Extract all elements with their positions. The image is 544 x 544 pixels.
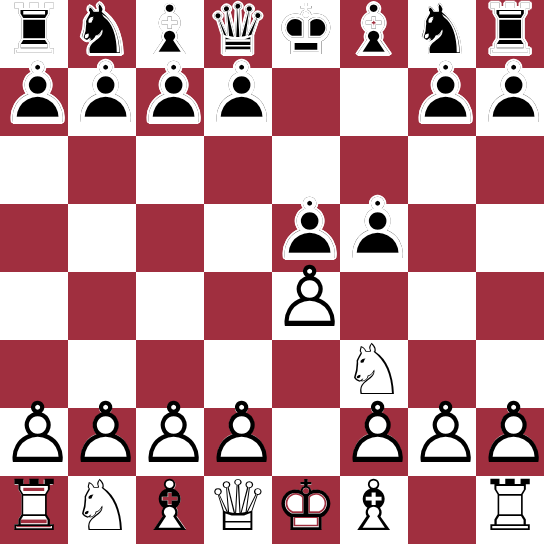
square-f8[interactable]: ♝︎♗︎ <box>340 0 408 68</box>
square-f2[interactable]: ♟︎♙︎ <box>340 408 408 476</box>
square-b5[interactable] <box>68 204 136 272</box>
black-rook-icon: ♜︎ <box>476 0 544 64</box>
square-a2[interactable]: ♟︎♙︎ <box>0 408 68 476</box>
square-f3[interactable]: ♞︎♘︎ <box>340 340 408 408</box>
square-e2[interactable] <box>272 408 340 476</box>
white-bishop-icon: ♝︎ <box>341 473 407 539</box>
black-pawn[interactable]: ♟︎♙︎ <box>476 68 544 136</box>
white-rook[interactable]: ♜︎♖︎ <box>0 476 68 544</box>
black-bishop-outline-icon: ♗︎ <box>340 0 408 64</box>
square-d8[interactable]: ♛︎♕︎ <box>204 0 272 68</box>
black-rook-outline-icon: ♖︎ <box>0 0 68 64</box>
black-pawn[interactable]: ♟︎♙︎ <box>408 68 476 136</box>
black-knight-outline-icon: ♘︎ <box>68 0 136 64</box>
white-pawn-icon: ♟︎ <box>1 400 67 466</box>
square-b7[interactable]: ♟︎♙︎ <box>68 68 136 136</box>
black-king-icon: ♚︎ <box>272 0 340 64</box>
black-pawn-outline-icon: ♙︎ <box>340 195 408 263</box>
white-pawn-icon: ♟︎ <box>273 264 339 330</box>
white-bishop[interactable]: ♝︎♗︎ <box>136 476 204 544</box>
black-rook[interactable]: ♜︎♖︎ <box>476 0 544 68</box>
square-f6[interactable] <box>340 136 408 204</box>
white-rook-outline-icon: ♖︎ <box>476 472 544 540</box>
black-pawn-icon: ♟︎ <box>340 195 408 263</box>
white-pawn-icon: ♟︎ <box>477 400 543 466</box>
black-pawn-outline-icon: ♙︎ <box>408 59 476 127</box>
square-c1[interactable]: ♝︎♗︎ <box>136 476 204 544</box>
black-pawn-outline-icon: ♙︎ <box>272 195 340 263</box>
square-a8[interactable]: ♜︎♖︎ <box>0 0 68 68</box>
square-c6[interactable] <box>136 136 204 204</box>
white-bishop[interactable]: ♝︎♗︎ <box>340 476 408 544</box>
white-pawn[interactable]: ♟︎♙︎ <box>476 408 544 476</box>
white-pawn-icon: ♟︎ <box>69 400 135 466</box>
square-b6[interactable] <box>68 136 136 204</box>
white-queen-outline-icon: ♕︎ <box>204 472 272 540</box>
white-bishop-outline-icon: ♗︎ <box>340 472 408 540</box>
square-h1[interactable]: ♜︎♖︎ <box>476 476 544 544</box>
white-pawn-icon: ♟︎ <box>341 400 407 466</box>
square-d2[interactable]: ♟︎♙︎ <box>204 408 272 476</box>
black-pawn-outline-icon: ♙︎ <box>68 59 136 127</box>
black-pawn-outline-icon: ♙︎ <box>0 59 68 127</box>
square-e1[interactable]: ♚︎♔︎ <box>272 476 340 544</box>
black-pawn[interactable]: ♟︎♙︎ <box>272 204 340 272</box>
white-king[interactable]: ♚︎♔︎ <box>272 476 340 544</box>
black-rook-icon: ♜︎ <box>0 0 68 64</box>
white-pawn-outline-icon: ♙︎ <box>204 399 272 467</box>
white-pawn[interactable]: ♟︎♙︎ <box>68 408 136 476</box>
square-c8[interactable]: ♝︎♗︎ <box>136 0 204 68</box>
black-king[interactable]: ♚︎♔︎ <box>272 0 340 68</box>
square-g4[interactable] <box>408 272 476 340</box>
square-a3[interactable] <box>0 340 68 408</box>
white-pawn[interactable]: ♟︎♙︎ <box>136 408 204 476</box>
square-g5[interactable] <box>408 204 476 272</box>
black-knight-outline-icon: ♘︎ <box>408 0 476 64</box>
square-d3[interactable] <box>204 340 272 408</box>
square-a1[interactable]: ♜︎♖︎ <box>0 476 68 544</box>
black-knight[interactable]: ♞︎♘︎ <box>408 0 476 68</box>
white-pawn-outline-icon: ♙︎ <box>476 399 544 467</box>
black-rook[interactable]: ♜︎♖︎ <box>0 0 68 68</box>
white-knight-outline-icon: ♘︎ <box>340 336 408 404</box>
white-knight[interactable]: ♞︎♘︎ <box>68 476 136 544</box>
white-king-icon: ♚︎ <box>273 473 339 539</box>
black-queen[interactable]: ♛︎♕︎ <box>204 0 272 68</box>
white-pawn-outline-icon: ♙︎ <box>272 263 340 331</box>
black-knight-icon: ♞︎ <box>68 0 136 64</box>
square-d1[interactable]: ♛︎♕︎ <box>204 476 272 544</box>
black-queen-icon: ♛︎ <box>204 0 272 64</box>
square-e5[interactable]: ♟︎♙︎ <box>272 204 340 272</box>
square-c5[interactable] <box>136 204 204 272</box>
black-pawn-icon: ♟︎ <box>476 59 544 127</box>
square-b4[interactable] <box>68 272 136 340</box>
white-pawn-outline-icon: ♙︎ <box>136 399 204 467</box>
white-pawn-icon: ♟︎ <box>137 400 203 466</box>
square-f1[interactable]: ♝︎♗︎ <box>340 476 408 544</box>
white-pawn[interactable]: ♟︎♙︎ <box>0 408 68 476</box>
white-bishop-icon: ♝︎ <box>137 473 203 539</box>
square-f5[interactable]: ♟︎♙︎ <box>340 204 408 272</box>
black-pawn-icon: ♟︎ <box>272 195 340 263</box>
square-g7[interactable]: ♟︎♙︎ <box>408 68 476 136</box>
square-e4[interactable]: ♟︎♙︎ <box>272 272 340 340</box>
black-knight[interactable]: ♞︎♘︎ <box>68 0 136 68</box>
square-c7[interactable]: ♟︎♙︎ <box>136 68 204 136</box>
black-pawn[interactable]: ♟︎♙︎ <box>204 68 272 136</box>
square-h7[interactable]: ♟︎♙︎ <box>476 68 544 136</box>
black-bishop[interactable]: ♝︎♗︎ <box>340 0 408 68</box>
square-c4[interactable] <box>136 272 204 340</box>
white-pawn[interactable]: ♟︎♙︎ <box>204 408 272 476</box>
square-d6[interactable] <box>204 136 272 204</box>
square-c3[interactable] <box>136 340 204 408</box>
white-pawn-icon: ♟︎ <box>409 400 475 466</box>
square-f4[interactable] <box>340 272 408 340</box>
white-knight-outline-icon: ♘︎ <box>68 472 136 540</box>
white-pawn-outline-icon: ♙︎ <box>0 399 68 467</box>
white-queen[interactable]: ♛︎♕︎ <box>204 476 272 544</box>
black-bishop-icon: ♝︎ <box>340 0 408 64</box>
black-pawn[interactable]: ♟︎♙︎ <box>136 68 204 136</box>
square-h8[interactable]: ♜︎♖︎ <box>476 0 544 68</box>
square-a7[interactable]: ♟︎♙︎ <box>0 68 68 136</box>
black-knight-icon: ♞︎ <box>408 0 476 64</box>
white-rook-outline-icon: ♖︎ <box>0 472 68 540</box>
black-bishop[interactable]: ♝︎♗︎ <box>136 0 204 68</box>
chess-board: ♜︎♖︎♞︎♘︎♝︎♗︎♛︎♕︎♚︎♔︎♝︎♗︎♞︎♘︎♜︎♖︎♟︎♙︎♟︎♙︎… <box>0 0 544 544</box>
square-f7[interactable] <box>340 68 408 136</box>
square-b3[interactable] <box>68 340 136 408</box>
white-pawn-outline-icon: ♙︎ <box>68 399 136 467</box>
square-h4[interactable] <box>476 272 544 340</box>
white-rook-icon: ♜︎ <box>477 473 543 539</box>
white-bishop-outline-icon: ♗︎ <box>136 472 204 540</box>
square-e3[interactable] <box>272 340 340 408</box>
square-e7[interactable] <box>272 68 340 136</box>
square-e6[interactable] <box>272 136 340 204</box>
square-d7[interactable]: ♟︎♙︎ <box>204 68 272 136</box>
square-g6[interactable] <box>408 136 476 204</box>
white-queen-icon: ♛︎ <box>205 473 271 539</box>
white-pawn-icon: ♟︎ <box>205 400 271 466</box>
square-d4[interactable] <box>204 272 272 340</box>
black-king-outline-icon: ♔︎ <box>272 0 340 64</box>
square-a6[interactable] <box>0 136 68 204</box>
square-h5[interactable] <box>476 204 544 272</box>
square-a5[interactable] <box>0 204 68 272</box>
black-bishop-outline-icon: ♗︎ <box>136 0 204 64</box>
black-pawn-outline-icon: ♙︎ <box>476 59 544 127</box>
white-rook-icon: ♜︎ <box>1 473 67 539</box>
square-e8[interactable]: ♚︎♔︎ <box>272 0 340 68</box>
white-pawn[interactable]: ♟︎♙︎ <box>340 408 408 476</box>
square-h3[interactable] <box>476 340 544 408</box>
black-pawn-icon: ♟︎ <box>204 59 272 127</box>
white-pawn-outline-icon: ♙︎ <box>408 399 476 467</box>
black-pawn[interactable]: ♟︎♙︎ <box>340 204 408 272</box>
white-knight[interactable]: ♞︎♘︎ <box>340 340 408 408</box>
square-g3[interactable] <box>408 340 476 408</box>
square-h2[interactable]: ♟︎♙︎ <box>476 408 544 476</box>
black-pawn[interactable]: ♟︎♙︎ <box>0 68 68 136</box>
black-pawn-icon: ♟︎ <box>408 59 476 127</box>
square-c2[interactable]: ♟︎♙︎ <box>136 408 204 476</box>
black-bishop-icon: ♝︎ <box>136 0 204 64</box>
black-pawn-outline-icon: ♙︎ <box>204 59 272 127</box>
black-pawn-icon: ♟︎ <box>0 59 68 127</box>
white-knight-icon: ♞︎ <box>341 337 407 403</box>
white-king-outline-icon: ♔︎ <box>272 472 340 540</box>
white-knight-icon: ♞︎ <box>69 473 135 539</box>
square-g1[interactable] <box>408 476 476 544</box>
square-g2[interactable]: ♟︎♙︎ <box>408 408 476 476</box>
square-h6[interactable] <box>476 136 544 204</box>
square-d5[interactable] <box>204 204 272 272</box>
square-a4[interactable] <box>0 272 68 340</box>
white-rook[interactable]: ♜︎♖︎ <box>476 476 544 544</box>
square-g8[interactable]: ♞︎♘︎ <box>408 0 476 68</box>
square-b2[interactable]: ♟︎♙︎ <box>68 408 136 476</box>
white-pawn-outline-icon: ♙︎ <box>340 399 408 467</box>
black-pawn-icon: ♟︎ <box>68 59 136 127</box>
black-pawn-outline-icon: ♙︎ <box>136 59 204 127</box>
white-pawn[interactable]: ♟︎♙︎ <box>272 272 340 340</box>
white-pawn[interactable]: ♟︎♙︎ <box>408 408 476 476</box>
black-rook-outline-icon: ♖︎ <box>476 0 544 64</box>
black-queen-outline-icon: ♕︎ <box>204 0 272 64</box>
square-b8[interactable]: ♞︎♘︎ <box>68 0 136 68</box>
square-b1[interactable]: ♞︎♘︎ <box>68 476 136 544</box>
black-pawn[interactable]: ♟︎♙︎ <box>68 68 136 136</box>
black-pawn-icon: ♟︎ <box>136 59 204 127</box>
